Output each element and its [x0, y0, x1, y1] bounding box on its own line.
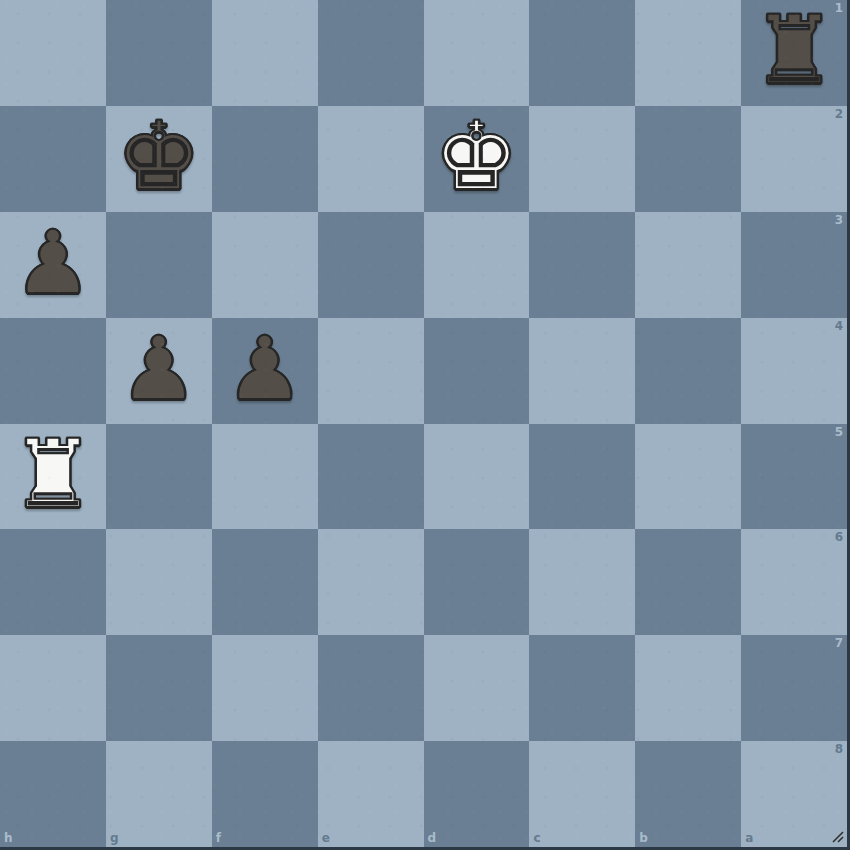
file-label-d: d [428, 832, 437, 844]
square-f3[interactable] [212, 212, 318, 318]
square-d6[interactable] [424, 529, 530, 635]
square-c5[interactable] [529, 424, 635, 530]
square-d3[interactable] [424, 212, 530, 318]
square-a1[interactable]: 1♜ [741, 0, 847, 106]
square-d7[interactable] [424, 635, 530, 741]
rank-label-2: 2 [835, 108, 843, 120]
file-label-b: b [639, 832, 648, 844]
square-b3[interactable] [635, 212, 741, 318]
square-f7[interactable] [212, 635, 318, 741]
square-c3[interactable] [529, 212, 635, 318]
file-label-h: h [4, 832, 13, 844]
square-f8[interactable]: f [212, 741, 318, 847]
square-a3[interactable]: 3 [741, 212, 847, 318]
square-b8[interactable]: b [635, 741, 741, 847]
square-h3[interactable]: ♟ [0, 212, 106, 318]
square-g5[interactable] [106, 424, 212, 530]
rank-label-7: 7 [835, 637, 843, 649]
chess-board-wrap: 1♜♚♚2♟3♟♟4♜567hgfedcb8a [0, 0, 850, 850]
square-d5[interactable] [424, 424, 530, 530]
square-f4[interactable]: ♟ [212, 318, 318, 424]
square-c7[interactable] [529, 635, 635, 741]
square-h5[interactable]: ♜ [0, 424, 106, 530]
square-g3[interactable] [106, 212, 212, 318]
square-a7[interactable]: 7 [741, 635, 847, 741]
square-e5[interactable] [318, 424, 424, 530]
square-b1[interactable] [635, 0, 741, 106]
square-h7[interactable] [0, 635, 106, 741]
square-h8[interactable]: h [0, 741, 106, 847]
square-c8[interactable]: c [529, 741, 635, 847]
file-label-f: f [216, 832, 221, 844]
rank-label-3: 3 [835, 214, 843, 226]
square-h6[interactable] [0, 529, 106, 635]
file-label-a: a [745, 832, 753, 844]
square-g2[interactable]: ♚ [106, 106, 212, 212]
square-b4[interactable] [635, 318, 741, 424]
rank-label-8: 8 [835, 743, 843, 755]
square-h4[interactable] [0, 318, 106, 424]
black-pawn-f4[interactable]: ♟ [225, 325, 304, 413]
square-c6[interactable] [529, 529, 635, 635]
white-king-d2[interactable]: ♚ [434, 109, 519, 204]
square-d8[interactable]: d [424, 741, 530, 847]
square-d2[interactable]: ♚ [424, 106, 530, 212]
file-label-c: c [533, 832, 540, 844]
square-e3[interactable] [318, 212, 424, 318]
square-f1[interactable] [212, 0, 318, 106]
square-e7[interactable] [318, 635, 424, 741]
black-pawn-h3[interactable]: ♟ [13, 219, 92, 307]
square-e2[interactable] [318, 106, 424, 212]
resize-handle[interactable] [829, 828, 845, 844]
square-e8[interactable]: e [318, 741, 424, 847]
square-f6[interactable] [212, 529, 318, 635]
square-c2[interactable] [529, 106, 635, 212]
square-c1[interactable] [529, 0, 635, 106]
square-f2[interactable] [212, 106, 318, 212]
square-b7[interactable] [635, 635, 741, 741]
square-g6[interactable] [106, 529, 212, 635]
file-label-g: g [110, 832, 119, 844]
square-a2[interactable]: 2 [741, 106, 847, 212]
square-e4[interactable] [318, 318, 424, 424]
black-pawn-g4[interactable]: ♟ [119, 325, 198, 413]
square-h2[interactable] [0, 106, 106, 212]
square-c4[interactable] [529, 318, 635, 424]
square-g7[interactable] [106, 635, 212, 741]
rank-label-5: 5 [835, 426, 843, 438]
resize-grip-icon [829, 828, 845, 844]
rank-label-4: 4 [835, 320, 843, 332]
square-d4[interactable] [424, 318, 530, 424]
square-g1[interactable] [106, 0, 212, 106]
square-a5[interactable]: 5 [741, 424, 847, 530]
white-rook-h5[interactable]: ♜ [10, 427, 95, 522]
square-f5[interactable] [212, 424, 318, 530]
square-g4[interactable]: ♟ [106, 318, 212, 424]
black-king-g2[interactable]: ♚ [116, 109, 201, 204]
square-b6[interactable] [635, 529, 741, 635]
square-a6[interactable]: 6 [741, 529, 847, 635]
file-label-e: e [322, 832, 330, 844]
chess-board: 1♜♚♚2♟3♟♟4♜567hgfedcb8a [0, 0, 850, 850]
square-b5[interactable] [635, 424, 741, 530]
square-e6[interactable] [318, 529, 424, 635]
square-d1[interactable] [424, 0, 530, 106]
black-rook-a1[interactable]: ♜ [751, 3, 836, 98]
rank-label-6: 6 [835, 531, 843, 543]
square-g8[interactable]: g [106, 741, 212, 847]
square-e1[interactable] [318, 0, 424, 106]
square-b2[interactable] [635, 106, 741, 212]
square-h1[interactable] [0, 0, 106, 106]
square-a4[interactable]: 4 [741, 318, 847, 424]
